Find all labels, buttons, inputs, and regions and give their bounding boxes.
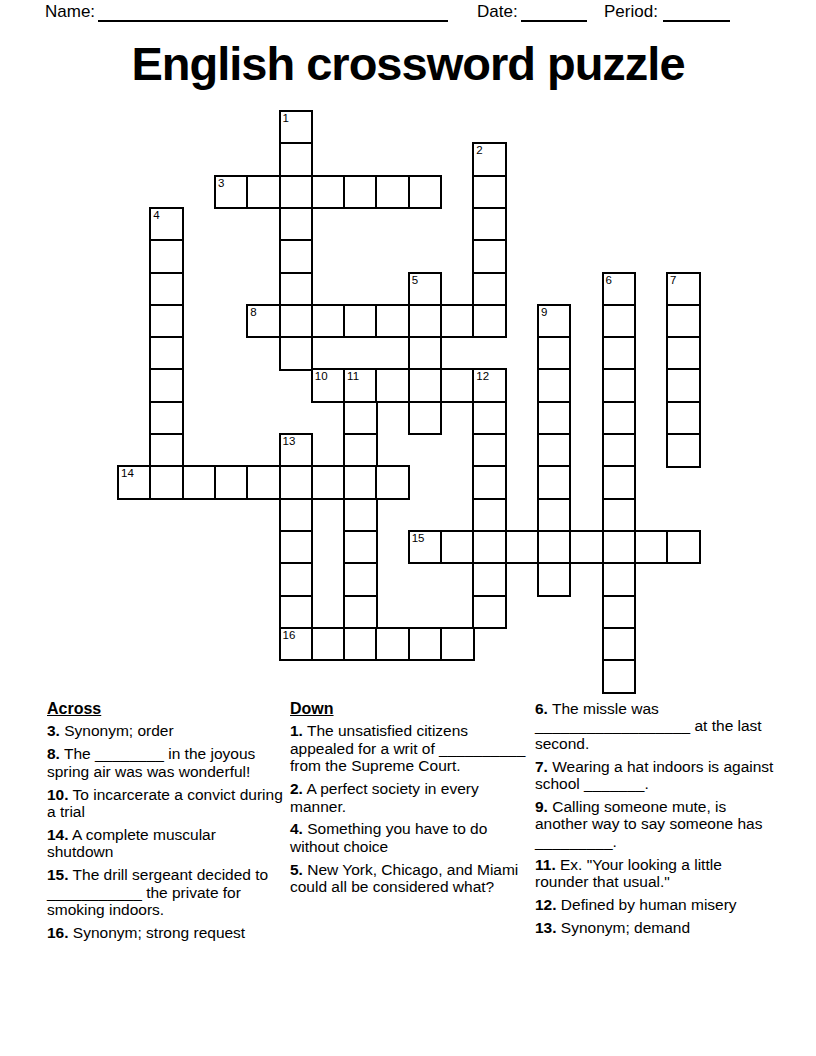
grid-cell-r11c11[interactable] — [472, 465, 507, 500]
down-header: Down — [290, 700, 530, 717]
grid-cell-r15c5[interactable] — [279, 595, 314, 630]
grid-cell-r12c15[interactable] — [602, 498, 637, 533]
clue-across-10: 10. To incarcerate a convict during a tr… — [47, 786, 285, 821]
clue-down-5: 5. New York, Chicago, and Miami could al… — [290, 861, 530, 896]
grid-cell-r13c12[interactable] — [505, 530, 540, 565]
cell-number-2: 2 — [476, 144, 482, 157]
grid-cell-r5c15[interactable]: 6 — [602, 272, 637, 307]
grid-cell-r5c17[interactable]: 7 — [666, 272, 701, 307]
grid-cell-r16c10[interactable] — [440, 627, 475, 662]
grid-cell-r8c1[interactable] — [149, 368, 184, 403]
grid-cell-r8c6[interactable]: 10 — [311, 368, 346, 403]
clue-down-1: 1. The unsatisfied citizens appealed for… — [290, 722, 530, 774]
clue-across-3: 3. Synonym; order — [47, 722, 285, 739]
grid-cell-r6c6[interactable] — [311, 304, 346, 339]
grid-cell-r10c7[interactable] — [343, 433, 378, 468]
grid-cell-r7c15[interactable] — [602, 336, 637, 371]
grid-cell-r14c7[interactable] — [343, 562, 378, 597]
clue-number-label: 14. — [47, 826, 69, 843]
clue-number-label: 13. — [535, 919, 557, 936]
across-clues-list: 3. Synonym; order8. The ________ in the … — [47, 722, 285, 941]
grid-cell-r17c15[interactable] — [602, 659, 637, 694]
grid-cell-r2c3[interactable]: 3 — [214, 175, 249, 210]
grid-cell-r6c17[interactable] — [666, 304, 701, 339]
grid-cell-r3c11[interactable] — [472, 207, 507, 242]
grid-cell-r6c8[interactable] — [375, 304, 410, 339]
grid-cell-r16c6[interactable] — [311, 627, 346, 662]
grid-cell-r2c11[interactable] — [472, 175, 507, 210]
cell-number-1: 1 — [283, 112, 289, 125]
grid-cell-r9c13[interactable] — [537, 401, 572, 436]
clue-down-11: 11. Ex. "Your looking a little rounder t… — [535, 856, 778, 891]
grid-cell-r13c16[interactable] — [634, 530, 669, 565]
page-title: English crossword puzzle — [0, 38, 816, 90]
grid-cell-r16c5[interactable]: 16 — [279, 627, 314, 662]
grid-cell-r11c13[interactable] — [537, 465, 572, 500]
clue-number-label: 2. — [290, 780, 303, 797]
clue-number-label: 11. — [535, 856, 556, 873]
cell-number-8: 8 — [250, 306, 256, 319]
cell-number-7: 7 — [670, 274, 676, 287]
worksheet-header: Name: Date: Period: — [0, 0, 816, 26]
grid-cell-r13c17[interactable] — [666, 530, 701, 565]
clue-number-label: 6. — [535, 700, 548, 717]
grid-cell-r10c1[interactable] — [149, 433, 184, 468]
grid-cell-r8c13[interactable] — [537, 368, 572, 403]
grid-cell-r13c11[interactable] — [472, 530, 507, 565]
grid-cell-r6c5[interactable] — [279, 304, 314, 339]
grid-cell-r13c5[interactable] — [279, 530, 314, 565]
grid-cell-r7c1[interactable] — [149, 336, 184, 371]
grid-cell-r12c5[interactable] — [279, 498, 314, 533]
grid-cell-r6c13[interactable]: 9 — [537, 304, 572, 339]
grid-cell-r13c14[interactable] — [569, 530, 604, 565]
clue-number-label: 16. — [47, 924, 69, 941]
period-blank[interactable] — [663, 2, 730, 22]
grid-cell-r8c8[interactable] — [375, 368, 410, 403]
grid-cell-r13c13[interactable] — [537, 530, 572, 565]
across-clues-column: Across 3. Synonym; order8. The ________ … — [47, 700, 285, 947]
grid-cell-r5c1[interactable] — [149, 272, 184, 307]
grid-cell-r6c11[interactable] — [472, 304, 507, 339]
grid-cell-r9c15[interactable] — [602, 401, 637, 436]
grid-cell-r15c15[interactable] — [602, 595, 637, 630]
clue-number-label: 15. — [47, 866, 69, 883]
grid-cell-r8c10[interactable] — [440, 368, 475, 403]
clue-number-label: 4. — [290, 820, 303, 837]
grid-cell-r16c15[interactable] — [602, 627, 637, 662]
grid-cell-r6c7[interactable] — [343, 304, 378, 339]
grid-cell-r11c8[interactable] — [375, 465, 410, 500]
grid-cell-r2c5[interactable] — [279, 175, 314, 210]
grid-cell-r15c7[interactable] — [343, 595, 378, 630]
grid-cell-r14c13[interactable] — [537, 562, 572, 597]
grid-cell-r13c15[interactable] — [602, 530, 637, 565]
grid-cell-r13c7[interactable] — [343, 530, 378, 565]
grid-cell-r15c11[interactable] — [472, 595, 507, 630]
grid-cell-r11c7[interactable] — [343, 465, 378, 500]
grid-cell-r10c15[interactable] — [602, 433, 637, 468]
clue-number-label: 3. — [47, 722, 60, 739]
grid-cell-r4c11[interactable] — [472, 239, 507, 274]
grid-cell-r2c9[interactable] — [408, 175, 443, 210]
grid-cell-r16c7[interactable] — [343, 627, 378, 662]
grid-cell-r14c5[interactable] — [279, 562, 314, 597]
date-label: Date: — [477, 2, 518, 22]
grid-cell-r11c6[interactable] — [311, 465, 346, 500]
grid-cell-r8c9[interactable] — [408, 368, 443, 403]
grid-cell-r4c1[interactable] — [149, 239, 184, 274]
grid-cell-r5c11[interactable] — [472, 272, 507, 307]
grid-cell-r9c9[interactable] — [408, 401, 443, 436]
grid-cell-r1c5[interactable] — [279, 142, 314, 177]
clue-across-16: 16. Synonym; strong request — [47, 924, 285, 941]
grid-cell-r7c17[interactable] — [666, 336, 701, 371]
date-blank[interactable] — [521, 2, 587, 22]
grid-cell-r2c7[interactable] — [343, 175, 378, 210]
grid-cell-r9c11[interactable] — [472, 401, 507, 436]
clue-down-13: 13. Synonym; demand — [535, 919, 778, 936]
clue-number-label: 10. — [47, 786, 69, 803]
grid-cell-r11c2[interactable] — [182, 465, 217, 500]
grid-cell-r14c15[interactable] — [602, 562, 637, 597]
grid-cell-r2c8[interactable] — [375, 175, 410, 210]
clue-number-label: 12. — [535, 896, 557, 913]
cell-number-9: 9 — [541, 306, 547, 319]
down-clues-list-2: 6. The missle was __________________ at … — [535, 700, 778, 936]
down-clues-column-1: Down 1. The unsatisfied citizens appeale… — [290, 700, 530, 901]
crossword-grid: 12345678910111213141516 — [117, 110, 703, 696]
clue-across-14: 14. A complete muscular shutdown — [47, 826, 285, 861]
clue-across-8: 8. The ________ in the joyous spring air… — [47, 745, 285, 780]
clue-number-label: 8. — [47, 745, 60, 762]
clue-down-9: 9. Calling someone mute, is another way … — [535, 798, 778, 850]
grid-cell-r5c5[interactable] — [279, 272, 314, 307]
grid-cell-r9c17[interactable] — [666, 401, 701, 436]
grid-cell-r3c1[interactable]: 4 — [149, 207, 184, 242]
grid-cell-r5c9[interactable]: 5 — [408, 272, 443, 307]
grid-cell-r12c7[interactable] — [343, 498, 378, 533]
clue-across-15: 15. The drill sergeant decided to ______… — [47, 866, 285, 918]
cell-number-11: 11 — [347, 370, 359, 383]
clue-number-label: 7. — [535, 758, 548, 775]
cell-number-14: 14 — [121, 467, 134, 480]
grid-cell-r16c9[interactable] — [408, 627, 443, 662]
grid-cell-r6c9[interactable] — [408, 304, 443, 339]
clue-number-label: 5. — [290, 861, 303, 878]
cell-number-16: 16 — [283, 629, 296, 642]
grid-cell-r7c5[interactable] — [279, 336, 314, 371]
grid-cell-r9c1[interactable] — [149, 401, 184, 436]
clue-number-label: 1. — [290, 722, 303, 739]
grid-cell-r12c13[interactable] — [537, 498, 572, 533]
grid-cell-r11c3[interactable] — [214, 465, 249, 500]
name-blank[interactable] — [98, 2, 448, 22]
grid-cell-r8c11[interactable]: 12 — [472, 368, 507, 403]
grid-cell-r12c11[interactable] — [472, 498, 507, 533]
grid-cell-r8c7[interactable]: 11 — [343, 368, 378, 403]
cell-number-3: 3 — [218, 177, 224, 190]
period-label: Period: — [604, 2, 658, 22]
grid-cell-r7c9[interactable] — [408, 336, 443, 371]
grid-cell-r10c11[interactable] — [472, 433, 507, 468]
grid-cell-r4c5[interactable] — [279, 239, 314, 274]
cell-number-10: 10 — [315, 370, 328, 383]
cell-number-13: 13 — [283, 435, 296, 448]
grid-cell-r2c4[interactable] — [246, 175, 281, 210]
grid-cell-r11c15[interactable] — [602, 465, 637, 500]
grid-cell-r0c5[interactable]: 1 — [279, 110, 314, 145]
clue-down-4: 4. Something you have to do without choi… — [290, 820, 530, 855]
cell-number-5: 5 — [412, 274, 418, 287]
clue-down-7: 7. Wearing a hat indoors is against scho… — [535, 758, 778, 793]
grid-cell-r6c15[interactable] — [602, 304, 637, 339]
grid-cell-r14c11[interactable] — [472, 562, 507, 597]
grid-cell-r11c0[interactable]: 14 — [117, 465, 152, 500]
cell-number-4: 4 — [153, 209, 159, 222]
grid-cell-r9c7[interactable] — [343, 401, 378, 436]
grid-cell-r10c17[interactable] — [666, 433, 701, 468]
name-label: Name: — [45, 2, 95, 22]
grid-cell-r11c5[interactable] — [279, 465, 314, 500]
grid-cell-r10c13[interactable] — [537, 433, 572, 468]
clue-number-label: 9. — [535, 798, 548, 815]
down-clues-column-2: 6. The missle was __________________ at … — [535, 700, 778, 942]
clue-down-6: 6. The missle was __________________ at … — [535, 700, 778, 752]
grid-cell-r6c10[interactable] — [440, 304, 475, 339]
clue-down-2: 2. A perfect society in every manner. — [290, 780, 530, 815]
cell-number-12: 12 — [476, 370, 489, 383]
grid-cell-r8c15[interactable] — [602, 368, 637, 403]
crossword-worksheet-page: Name: Date: Period: English crossword pu… — [0, 0, 816, 1056]
grid-cell-r6c1[interactable] — [149, 304, 184, 339]
grid-cell-r16c8[interactable] — [375, 627, 410, 662]
grid-cell-r3c5[interactable] — [279, 207, 314, 242]
grid-cell-r8c17[interactable] — [666, 368, 701, 403]
grid-cell-r11c1[interactable] — [149, 465, 184, 500]
grid-cell-r1c11[interactable]: 2 — [472, 142, 507, 177]
grid-cell-r7c13[interactable] — [537, 336, 572, 371]
cell-number-6: 6 — [606, 274, 612, 287]
across-header: Across — [47, 700, 285, 717]
cell-number-15: 15 — [412, 532, 425, 545]
grid-cell-r13c9[interactable]: 15 — [408, 530, 443, 565]
grid-cell-r6c4[interactable]: 8 — [246, 304, 281, 339]
clue-down-12: 12. Defined by human misery — [535, 896, 778, 913]
grid-cell-r10c5[interactable]: 13 — [279, 433, 314, 468]
down-clues-list-1: 1. The unsatisfied citizens appealed for… — [290, 722, 530, 895]
grid-cell-r11c4[interactable] — [246, 465, 281, 500]
grid-cell-r2c6[interactable] — [311, 175, 346, 210]
grid-cell-r13c10[interactable] — [440, 530, 475, 565]
